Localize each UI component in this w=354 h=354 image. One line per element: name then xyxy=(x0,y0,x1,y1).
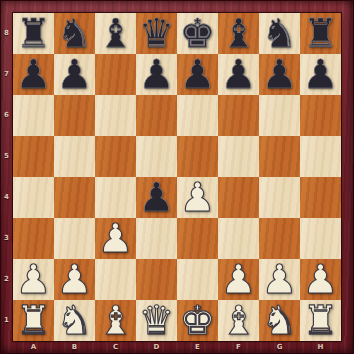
square-b2[interactable]: ♟ xyxy=(54,259,95,300)
rank-label-7: 7 xyxy=(0,54,13,95)
square-a3[interactable] xyxy=(13,218,54,259)
square-b6[interactable] xyxy=(54,95,95,136)
white-bishop[interactable]: ♝ xyxy=(221,300,257,342)
square-g1[interactable]: ♞ xyxy=(259,300,300,341)
square-d5[interactable] xyxy=(136,136,177,177)
square-c8[interactable]: ♝ xyxy=(95,13,136,54)
black-pawn[interactable]: ♟ xyxy=(221,54,257,96)
file-label-b: B xyxy=(54,341,95,353)
square-f8[interactable]: ♝ xyxy=(218,13,259,54)
square-d2[interactable] xyxy=(136,259,177,300)
white-pawn[interactable]: ♟ xyxy=(303,259,339,301)
rank-label-6: 6 xyxy=(0,95,13,136)
black-bishop[interactable]: ♝ xyxy=(221,13,257,55)
square-e7[interactable]: ♟ xyxy=(177,54,218,95)
square-f4[interactable] xyxy=(218,177,259,218)
white-rook[interactable]: ♜ xyxy=(16,300,52,342)
square-b1[interactable]: ♞ xyxy=(54,300,95,341)
white-knight[interactable]: ♞ xyxy=(262,300,298,342)
square-c2[interactable] xyxy=(95,259,136,300)
square-b4[interactable] xyxy=(54,177,95,218)
square-d6[interactable] xyxy=(136,95,177,136)
square-h1[interactable]: ♜ xyxy=(300,300,341,341)
square-e8[interactable]: ♚ xyxy=(177,13,218,54)
square-c6[interactable] xyxy=(95,95,136,136)
white-king[interactable]: ♚ xyxy=(180,300,216,342)
square-e2[interactable] xyxy=(177,259,218,300)
black-pawn[interactable]: ♟ xyxy=(16,54,52,96)
file-label-c: C xyxy=(95,341,136,353)
square-b8[interactable]: ♞ xyxy=(54,13,95,54)
rank-label-4: 4 xyxy=(0,177,13,218)
square-h8[interactable]: ♜ xyxy=(300,13,341,54)
white-pawn[interactable]: ♟ xyxy=(180,177,216,219)
black-king[interactable]: ♚ xyxy=(180,13,216,55)
file-label-a: A xyxy=(13,341,54,353)
square-d8[interactable]: ♛ xyxy=(136,13,177,54)
rank-label-1: 1 xyxy=(0,300,13,341)
square-g5[interactable] xyxy=(259,136,300,177)
white-rook[interactable]: ♜ xyxy=(303,300,339,342)
square-g6[interactable] xyxy=(259,95,300,136)
square-g2[interactable]: ♟ xyxy=(259,259,300,300)
square-h7[interactable]: ♟ xyxy=(300,54,341,95)
square-a2[interactable]: ♟ xyxy=(13,259,54,300)
file-label-e: E xyxy=(177,341,218,353)
square-b3[interactable] xyxy=(54,218,95,259)
black-pawn[interactable]: ♟ xyxy=(139,177,175,219)
white-knight[interactable]: ♞ xyxy=(57,300,93,342)
black-pawn[interactable]: ♟ xyxy=(139,54,175,96)
file-label-g: G xyxy=(259,341,300,353)
square-d1[interactable]: ♛ xyxy=(136,300,177,341)
white-pawn[interactable]: ♟ xyxy=(221,259,257,301)
rank-label-2: 2 xyxy=(0,259,13,300)
square-a8[interactable]: ♜ xyxy=(13,13,54,54)
square-c4[interactable] xyxy=(95,177,136,218)
square-f1[interactable]: ♝ xyxy=(218,300,259,341)
black-pawn[interactable]: ♟ xyxy=(180,54,216,96)
square-g3[interactable] xyxy=(259,218,300,259)
square-d7[interactable]: ♟ xyxy=(136,54,177,95)
square-c1[interactable]: ♝ xyxy=(95,300,136,341)
square-e4[interactable]: ♟ xyxy=(177,177,218,218)
square-a5[interactable] xyxy=(13,136,54,177)
chess-board: ♜♞♝♛♚♝♞♜♟♟♟♟♟♟♟♟♟♟♟♟♟♟♟♜♞♝♛♚♝♞♜ xyxy=(13,13,341,341)
square-d3[interactable] xyxy=(136,218,177,259)
square-f7[interactable]: ♟ xyxy=(218,54,259,95)
black-knight[interactable]: ♞ xyxy=(262,13,298,55)
file-label-d: D xyxy=(136,341,177,353)
file-label-h: H xyxy=(300,341,341,353)
rank-label-8: 8 xyxy=(0,13,13,54)
rank-label-3: 3 xyxy=(0,218,13,259)
square-e6[interactable] xyxy=(177,95,218,136)
square-g4[interactable] xyxy=(259,177,300,218)
square-e3[interactable] xyxy=(177,218,218,259)
square-f6[interactable] xyxy=(218,95,259,136)
white-pawn[interactable]: ♟ xyxy=(16,259,52,301)
square-h5[interactable] xyxy=(300,136,341,177)
chess-board-frame: 87654321 ABCDEFGH ♜♞♝♛♚♝♞♜♟♟♟♟♟♟♟♟♟♟♟♟♟♟… xyxy=(0,0,354,354)
square-d4[interactable]: ♟ xyxy=(136,177,177,218)
rank-label-5: 5 xyxy=(0,136,13,177)
black-rook[interactable]: ♜ xyxy=(303,13,339,55)
square-g7[interactable]: ♟ xyxy=(259,54,300,95)
black-pawn[interactable]: ♟ xyxy=(303,54,339,96)
black-knight[interactable]: ♞ xyxy=(57,13,93,55)
square-a6[interactable] xyxy=(13,95,54,136)
square-e5[interactable] xyxy=(177,136,218,177)
black-queen[interactable]: ♛ xyxy=(139,13,175,55)
black-pawn[interactable]: ♟ xyxy=(262,54,298,96)
square-g8[interactable]: ♞ xyxy=(259,13,300,54)
black-bishop[interactable]: ♝ xyxy=(98,13,134,55)
square-b5[interactable] xyxy=(54,136,95,177)
square-h6[interactable] xyxy=(300,95,341,136)
square-a7[interactable]: ♟ xyxy=(13,54,54,95)
square-c3[interactable]: ♟ xyxy=(95,218,136,259)
square-h2[interactable]: ♟ xyxy=(300,259,341,300)
square-e1[interactable]: ♚ xyxy=(177,300,218,341)
white-pawn[interactable]: ♟ xyxy=(262,259,298,301)
white-pawn[interactable]: ♟ xyxy=(57,259,93,301)
square-b7[interactable]: ♟ xyxy=(54,54,95,95)
square-c5[interactable] xyxy=(95,136,136,177)
white-bishop[interactable]: ♝ xyxy=(98,300,134,342)
black-rook[interactable]: ♜ xyxy=(16,13,52,55)
square-a4[interactable] xyxy=(13,177,54,218)
square-f3[interactable] xyxy=(218,218,259,259)
square-f2[interactable]: ♟ xyxy=(218,259,259,300)
white-pawn[interactable]: ♟ xyxy=(98,218,134,260)
square-a1[interactable]: ♜ xyxy=(13,300,54,341)
square-c7[interactable] xyxy=(95,54,136,95)
square-h3[interactable] xyxy=(300,218,341,259)
file-label-f: F xyxy=(218,341,259,353)
square-f5[interactable] xyxy=(218,136,259,177)
square-h4[interactable] xyxy=(300,177,341,218)
white-queen[interactable]: ♛ xyxy=(139,300,175,342)
black-pawn[interactable]: ♟ xyxy=(57,54,93,96)
